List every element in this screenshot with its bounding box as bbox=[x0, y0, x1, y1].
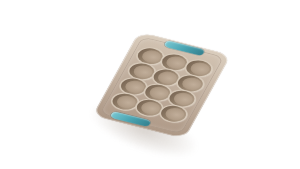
product-photo bbox=[0, 0, 300, 169]
